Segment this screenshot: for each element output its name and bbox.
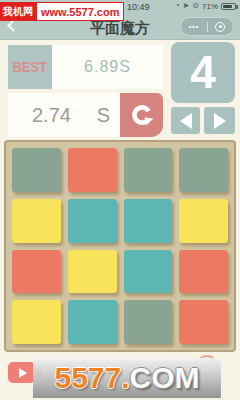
home-circle-icon [215, 22, 225, 32]
tile-teal[interactable] [124, 199, 173, 243]
more-menu-button[interactable]: ••• [181, 18, 207, 35]
watermark-site-name: 我机网 [0, 2, 36, 21]
status-icons: ◔ ➤ ⊙ 71% [175, 1, 236, 11]
orientation-lock-icon: ⊙ [192, 1, 199, 11]
tile-yellow[interactable] [68, 250, 117, 294]
tile-yellow[interactable] [12, 199, 61, 243]
best-score-value: 6.89S [84, 58, 131, 76]
close-home-button[interactable] [208, 18, 234, 35]
timer-unit: S [97, 104, 110, 127]
level-number: 4 [190, 42, 216, 103]
game-board [4, 140, 236, 352]
miniprogram-capsule: ••• [180, 17, 234, 36]
level-display: 4 [171, 42, 235, 103]
watermark-suffix: COM [130, 361, 200, 395]
tile-sage-green[interactable] [124, 148, 173, 192]
battery-icon [221, 3, 236, 10]
tile-coral-red[interactable] [179, 250, 228, 294]
clock-time: 10:49 [127, 2, 150, 12]
app-screen: 10:49 ◔ ➤ ⊙ 71% 平面魔方 ••• 我机网 www.5577.co… [0, 0, 240, 400]
tile-yellow[interactable] [179, 199, 228, 243]
battery-percent: 71% [202, 2, 218, 11]
play-triangle-icon [19, 368, 27, 378]
bottom-watermark: 5577 . COM [33, 358, 221, 398]
best-label-box: BEST [8, 45, 52, 89]
prev-level-button[interactable] [171, 107, 200, 134]
tile-sage-green[interactable] [12, 148, 61, 192]
left-triangle-icon [180, 113, 192, 129]
tile-teal[interactable] [68, 199, 117, 243]
clock-icon: ◔ [175, 1, 180, 11]
battery-fill [223, 5, 232, 8]
tile-coral-red[interactable] [179, 300, 228, 344]
watermark-url: www.5577.com [36, 2, 124, 21]
restart-icon [129, 102, 155, 128]
tile-sage-green[interactable] [179, 148, 228, 192]
top-watermark: 我机网 www.5577.com [0, 2, 124, 21]
next-level-button[interactable] [204, 107, 235, 134]
watermark-number: 5577 [54, 361, 121, 395]
video-camera-icon [8, 362, 35, 383]
best-label: BEST [13, 59, 47, 75]
tile-teal[interactable] [68, 300, 117, 344]
tile-coral-red[interactable] [68, 148, 117, 192]
tile-coral-red[interactable] [12, 250, 61, 294]
more-dots-icon: ••• [189, 23, 199, 31]
tile-sage-green[interactable] [124, 300, 173, 344]
tile-yellow[interactable] [12, 300, 61, 344]
restart-button[interactable] [120, 93, 163, 137]
right-triangle-icon [214, 113, 226, 129]
best-score-box: 6.89S [52, 45, 163, 89]
timer-value: 2.74 [32, 104, 71, 127]
tile-teal[interactable] [124, 250, 173, 294]
current-timer-box: 2.74 S [8, 93, 120, 137]
watermark-dot: . [121, 361, 129, 395]
location-icon: ➤ [183, 1, 190, 11]
